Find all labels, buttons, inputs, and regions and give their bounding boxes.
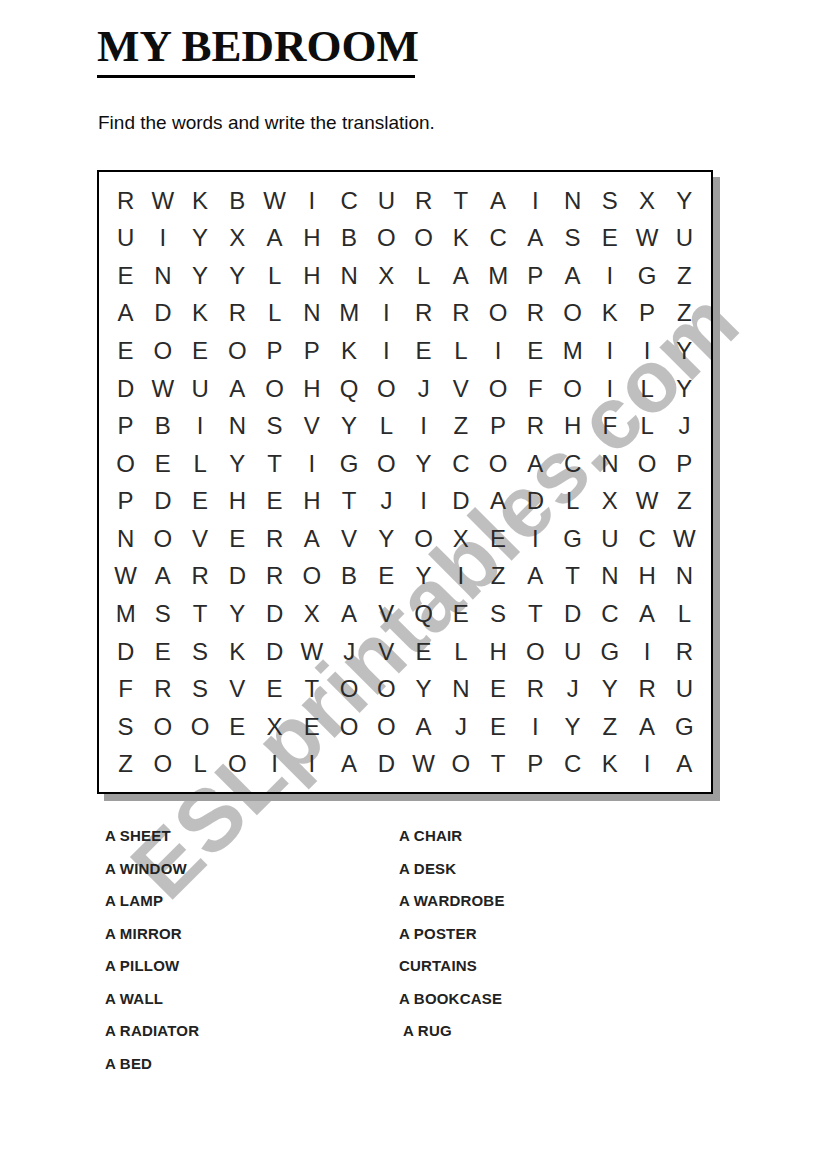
grid-cell: O <box>480 295 517 333</box>
grid-cell: I <box>480 332 517 370</box>
grid-cell: R <box>219 295 256 333</box>
grid-cell: F <box>591 407 628 445</box>
grid-cell: E <box>182 483 219 521</box>
grid-cell: P <box>666 445 703 483</box>
word-list-item: A WARDROBE <box>399 885 505 918</box>
grid-cell: R <box>517 295 554 333</box>
grid-cell: R <box>182 558 219 596</box>
grid-cell: B <box>219 182 256 220</box>
grid-cell: I <box>256 745 293 783</box>
grid-cell: E <box>144 633 181 671</box>
grid-cell: O <box>144 520 181 558</box>
grid-cell: R <box>405 182 442 220</box>
grid-cell: A <box>293 520 330 558</box>
word-list-item: CURTAINS <box>399 950 505 983</box>
grid-cell: A <box>331 745 368 783</box>
grid-cell: O <box>144 708 181 746</box>
grid-cell: H <box>219 483 256 521</box>
grid-cell: L <box>666 595 703 633</box>
grid-cell: K <box>591 745 628 783</box>
grid-cell: X <box>219 220 256 258</box>
grid-cell: Y <box>219 595 256 633</box>
grid-cell: N <box>293 295 330 333</box>
grid-cell: X <box>442 520 479 558</box>
word-search-grid: RWKBWICURTAINSXYUIYXAHBOOKCASEWUENYYLHNX… <box>97 170 713 794</box>
grid-cell: O <box>219 745 256 783</box>
grid-cell: N <box>591 558 628 596</box>
grid-cell: V <box>442 370 479 408</box>
grid-cell: N <box>107 520 144 558</box>
grid-cell: M <box>331 295 368 333</box>
grid-cell: O <box>182 708 219 746</box>
word-list-item: A BOOKCASE <box>399 983 505 1016</box>
grid-cell: W <box>629 220 666 258</box>
grid-cell: P <box>629 295 666 333</box>
grid-cell: Z <box>666 257 703 295</box>
grid-cell: Z <box>666 295 703 333</box>
grid-cell: O <box>517 633 554 671</box>
grid-cell: D <box>256 595 293 633</box>
grid-cell: A <box>219 370 256 408</box>
grid-cell: D <box>107 633 144 671</box>
grid-cell: Y <box>591 670 628 708</box>
grid-cell: E <box>256 670 293 708</box>
grid-cell: T <box>554 558 591 596</box>
grid-cell: N <box>144 257 181 295</box>
grid-cell: R <box>256 558 293 596</box>
grid-cell: K <box>182 295 219 333</box>
grid-cell: E <box>107 257 144 295</box>
grid-cell: I <box>442 558 479 596</box>
grid-cell: I <box>293 445 330 483</box>
grid-cell: O <box>368 220 405 258</box>
grid-cell: H <box>293 483 330 521</box>
grid-cell: I <box>517 708 554 746</box>
grid-cell: O <box>293 558 330 596</box>
grid-cell: L <box>405 257 442 295</box>
grid-cell: P <box>293 332 330 370</box>
grid-cell: Y <box>405 558 442 596</box>
grid-cell: L <box>442 332 479 370</box>
grid-cell: Y <box>331 407 368 445</box>
grid-cell: I <box>293 182 330 220</box>
grid-cell: A <box>256 220 293 258</box>
grid-cell: A <box>331 595 368 633</box>
grid-cell: N <box>442 670 479 708</box>
grid-cell: L <box>554 483 591 521</box>
grid-cell: R <box>666 633 703 671</box>
page-title: MY BEDROOM <box>97 20 415 78</box>
grid-cell: A <box>517 445 554 483</box>
grid-cell: A <box>480 182 517 220</box>
word-list-item: A DESK <box>399 853 505 886</box>
grid-cell: I <box>368 295 405 333</box>
grid-cell: J <box>331 633 368 671</box>
grid-cell: Y <box>219 257 256 295</box>
grid-cell: N <box>591 445 628 483</box>
grid-cell: O <box>554 295 591 333</box>
grid-cell: V <box>293 407 330 445</box>
grid-cell: F <box>107 670 144 708</box>
grid-cell: E <box>442 595 479 633</box>
grid-cell: K <box>331 332 368 370</box>
grid-cell: B <box>144 407 181 445</box>
grid-cell: U <box>182 370 219 408</box>
grid-cell: X <box>256 708 293 746</box>
grid-cell: Y <box>182 257 219 295</box>
grid-cell: Y <box>368 520 405 558</box>
grid-cell: J <box>405 370 442 408</box>
grid-cell: P <box>480 407 517 445</box>
grid-cell: L <box>182 745 219 783</box>
word-list-left: A SHEETA WINDOWA LAMPA MIRRORA PILLOWA W… <box>105 820 199 1080</box>
grid-cell: O <box>331 708 368 746</box>
grid-cell: X <box>293 595 330 633</box>
grid-cell: M <box>107 595 144 633</box>
grid-cell: O <box>480 445 517 483</box>
word-list-item: A RADIATOR <box>105 1015 199 1048</box>
grid-cell: S <box>480 595 517 633</box>
grid-cell: J <box>442 708 479 746</box>
grid-cell: H <box>293 257 330 295</box>
grid-cell: O <box>144 332 181 370</box>
grid-cell: K <box>442 220 479 258</box>
grid-cell: O <box>107 445 144 483</box>
grid-cell: H <box>554 407 591 445</box>
grid-cell: D <box>256 633 293 671</box>
grid-cell: C <box>629 520 666 558</box>
grid-cell: I <box>517 182 554 220</box>
grid-cell: Z <box>666 483 703 521</box>
word-list-item: A CHAIR <box>399 820 505 853</box>
grid-cell: I <box>144 220 181 258</box>
grid-cell: O <box>368 708 405 746</box>
grid-cell: N <box>666 558 703 596</box>
grid-cell: M <box>480 257 517 295</box>
grid-cell: Z <box>107 745 144 783</box>
grid-cell: B <box>331 220 368 258</box>
grid-cell: E <box>405 332 442 370</box>
grid-cell: D <box>368 745 405 783</box>
word-list-item: A BED <box>105 1048 199 1081</box>
grid-cell: U <box>107 220 144 258</box>
grid-cell: U <box>666 220 703 258</box>
grid-cell: B <box>331 558 368 596</box>
grid-cell: D <box>554 595 591 633</box>
grid-cell: X <box>629 182 666 220</box>
grid-cell: W <box>405 745 442 783</box>
grid-cell: C <box>442 445 479 483</box>
grid-cell: C <box>331 182 368 220</box>
grid-cell: E <box>293 708 330 746</box>
grid-cell: I <box>182 407 219 445</box>
grid-cell: U <box>666 670 703 708</box>
grid-cell: I <box>517 520 554 558</box>
grid-cell: O <box>480 370 517 408</box>
grid-cell: P <box>107 483 144 521</box>
grid-cell: A <box>629 708 666 746</box>
grid-cell: Z <box>442 407 479 445</box>
grid-cell: I <box>591 257 628 295</box>
grid-cell: I <box>368 332 405 370</box>
grid-cell: S <box>256 407 293 445</box>
grid-cell: C <box>591 595 628 633</box>
grid-cell: D <box>144 295 181 333</box>
grid-cell: H <box>293 220 330 258</box>
word-list-item: A MIRROR <box>105 918 199 951</box>
grid-cell: R <box>144 670 181 708</box>
grid-cell: A <box>442 257 479 295</box>
grid-cell: O <box>405 520 442 558</box>
grid-cell: H <box>629 558 666 596</box>
grid-cell: Y <box>405 445 442 483</box>
grid-cell: I <box>405 407 442 445</box>
grid-cell: O <box>331 670 368 708</box>
grid-cell: A <box>629 595 666 633</box>
grid-cell: O <box>219 332 256 370</box>
grid-cell: W <box>293 633 330 671</box>
grid-cell: J <box>368 483 405 521</box>
grid-cell: W <box>107 558 144 596</box>
grid-cell: O <box>256 370 293 408</box>
grid-cell: D <box>107 370 144 408</box>
grid-cell: T <box>182 595 219 633</box>
grid-cell: E <box>256 483 293 521</box>
grid-cell: I <box>629 332 666 370</box>
grid-cell: E <box>368 558 405 596</box>
grid-cell: L <box>256 257 293 295</box>
grid-cell: Q <box>405 595 442 633</box>
grid-cell: T <box>517 595 554 633</box>
grid-cell: D <box>219 558 256 596</box>
grid-cell: S <box>554 220 591 258</box>
grid-cell: W <box>144 182 181 220</box>
grid-cell: Q <box>331 370 368 408</box>
grid-cell: V <box>182 520 219 558</box>
grid-cell: L <box>256 295 293 333</box>
grid-cell: S <box>107 708 144 746</box>
grid-cell: W <box>256 182 293 220</box>
grid-cell: T <box>256 445 293 483</box>
grid-cell: D <box>517 483 554 521</box>
grid-cell: E <box>107 332 144 370</box>
grid-cell: L <box>442 633 479 671</box>
grid-cell: R <box>517 407 554 445</box>
grid-cell: H <box>480 633 517 671</box>
grid-cell: I <box>405 483 442 521</box>
grid-cell: Y <box>666 370 703 408</box>
grid-cell: P <box>517 257 554 295</box>
grid-cell: E <box>591 220 628 258</box>
grid-cell: G <box>554 520 591 558</box>
grid-cell: G <box>591 633 628 671</box>
grid-cell: T <box>442 182 479 220</box>
word-list-item: A RUG <box>403 1015 505 1048</box>
grid-cell: U <box>591 520 628 558</box>
grid-cell: K <box>219 633 256 671</box>
grid-cell: V <box>368 595 405 633</box>
grid-cell: G <box>666 708 703 746</box>
grid-cell: E <box>182 332 219 370</box>
word-list-item: A WINDOW <box>105 853 199 886</box>
grid-cell: J <box>666 407 703 445</box>
word-list-right: A CHAIRA DESKA WARDROBEA POSTERCURTAINSA… <box>399 820 505 1048</box>
grid-cell: S <box>182 670 219 708</box>
grid-cell: O <box>368 445 405 483</box>
grid-cell: A <box>517 220 554 258</box>
grid-cell: P <box>107 407 144 445</box>
grid-cell: J <box>554 670 591 708</box>
grid-cell: R <box>256 520 293 558</box>
grid-cell: M <box>554 332 591 370</box>
grid-cell: R <box>517 670 554 708</box>
grid-cell: H <box>293 370 330 408</box>
grid-cell: A <box>480 483 517 521</box>
grid-cell: I <box>591 332 628 370</box>
grid-cell: V <box>219 670 256 708</box>
grid-cell: V <box>368 633 405 671</box>
grid-cell: W <box>144 370 181 408</box>
grid-cell: A <box>405 708 442 746</box>
word-list-item: A POSTER <box>399 918 505 951</box>
instruction-text: Find the words and write the translation… <box>98 112 435 134</box>
grid-cell: R <box>405 295 442 333</box>
grid-cell: Y <box>554 708 591 746</box>
grid-cell: N <box>554 182 591 220</box>
grid-cell: S <box>144 595 181 633</box>
grid-cell: E <box>517 332 554 370</box>
grid-cell: Y <box>219 445 256 483</box>
grid-cell: S <box>591 182 628 220</box>
grid-cell: A <box>517 558 554 596</box>
worksheet-page: ESLprintables.com MY BEDROOM Find the wo… <box>0 0 821 1161</box>
grid-cell: P <box>256 332 293 370</box>
grid-cell: I <box>629 745 666 783</box>
grid-cell: O <box>368 370 405 408</box>
grid-cell: E <box>219 708 256 746</box>
grid-cell: C <box>480 220 517 258</box>
grid-cell: I <box>591 370 628 408</box>
grid-cell: I <box>629 633 666 671</box>
grid-cell: T <box>480 745 517 783</box>
grid-cell: K <box>591 295 628 333</box>
grid-cell: E <box>144 445 181 483</box>
grid-cell: O <box>405 220 442 258</box>
grid-cell: E <box>219 520 256 558</box>
grid-cell: E <box>480 520 517 558</box>
grid-cell: W <box>629 483 666 521</box>
grid-cell: A <box>666 745 703 783</box>
grid-cell: O <box>554 370 591 408</box>
grid-cell: F <box>517 370 554 408</box>
grid-cell: U <box>368 182 405 220</box>
grid-cell: D <box>144 483 181 521</box>
grid-cell: W <box>666 520 703 558</box>
grid-cell: G <box>331 445 368 483</box>
grid-cell: L <box>629 370 666 408</box>
grid-cell: G <box>629 257 666 295</box>
grid-cell: C <box>554 445 591 483</box>
grid-cell: L <box>629 407 666 445</box>
grid-cell: E <box>480 670 517 708</box>
grid-cell: A <box>144 558 181 596</box>
grid-cell: T <box>331 483 368 521</box>
grid-cell: Y <box>182 220 219 258</box>
grid-cell: Y <box>666 332 703 370</box>
word-list-item: A PILLOW <box>105 950 199 983</box>
grid-cell: O <box>368 670 405 708</box>
grid-cell: O <box>442 745 479 783</box>
word-list-item: A SHEET <box>105 820 199 853</box>
grid-cell: R <box>107 182 144 220</box>
grid-cell: V <box>331 520 368 558</box>
grid-cell: Y <box>666 182 703 220</box>
grid-cell: L <box>182 445 219 483</box>
grid-cell: K <box>182 182 219 220</box>
grid-cell: C <box>554 745 591 783</box>
grid-cell: N <box>219 407 256 445</box>
grid-cell: E <box>405 633 442 671</box>
grid-cell: Z <box>591 708 628 746</box>
grid-cell: R <box>442 295 479 333</box>
grid-cell: A <box>107 295 144 333</box>
grid-cell: P <box>517 745 554 783</box>
word-list-item: A WALL <box>105 983 199 1016</box>
grid-cell: Y <box>405 670 442 708</box>
grid-cell: X <box>591 483 628 521</box>
grid-cell: U <box>554 633 591 671</box>
grid-cell: Z <box>480 558 517 596</box>
grid-cell: N <box>331 257 368 295</box>
grid-cell: O <box>144 745 181 783</box>
grid-cell: E <box>480 708 517 746</box>
grid-cell: R <box>629 670 666 708</box>
grid-cell: S <box>182 633 219 671</box>
grid-cell: I <box>293 745 330 783</box>
grid-cell: D <box>442 483 479 521</box>
grid-cell: O <box>629 445 666 483</box>
grid-cell: A <box>554 257 591 295</box>
grid-cell: L <box>368 407 405 445</box>
grid-cell: T <box>293 670 330 708</box>
grid-cell: X <box>368 257 405 295</box>
word-list-item: A LAMP <box>105 885 199 918</box>
